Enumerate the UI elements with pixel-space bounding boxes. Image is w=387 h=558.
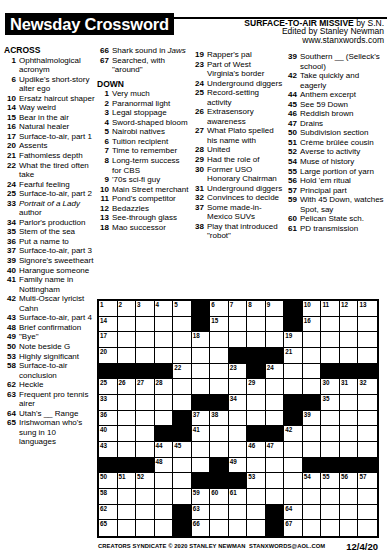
clue-number: 30	[192, 165, 204, 184]
grid-cell[interactable]	[155, 473, 174, 489]
grid-cell[interactable]: 33	[99, 395, 118, 411]
grid-cell[interactable]	[358, 395, 377, 411]
grid-cell[interactable]: 22	[173, 364, 192, 380]
cell-number: 44	[156, 442, 163, 449]
grid-cell[interactable]	[321, 426, 340, 442]
clue: 59With 45 Down, watches Spot, say	[285, 195, 385, 214]
grid-cell[interactable]: 18	[192, 332, 211, 348]
grid-cell[interactable]: 29	[247, 379, 266, 395]
grid-cell[interactable]: 4	[155, 301, 174, 317]
grid-cell[interactable]	[118, 411, 137, 427]
cell-number: 5	[174, 301, 178, 308]
clue-text: Former USO Honorary Chairman	[207, 165, 285, 184]
grid-cell[interactable]	[210, 332, 229, 348]
grid-cell[interactable]	[340, 348, 359, 364]
clue-text: Legal stoppage	[112, 108, 190, 118]
clue: 26Extrasensory awareness	[192, 107, 285, 126]
grid-cell[interactable]	[247, 317, 266, 333]
cell-number: 36	[100, 411, 107, 418]
grid-cell[interactable]: 6	[210, 301, 229, 317]
grid-cell[interactable]	[155, 505, 174, 521]
grid-cell[interactable]	[118, 317, 137, 333]
grid-cell[interactable]	[358, 520, 377, 536]
black-cell	[321, 458, 340, 474]
grid-cell[interactable]	[340, 332, 359, 348]
cell-number: 32	[359, 379, 366, 386]
grid-cell[interactable]	[247, 411, 266, 427]
grid-cell[interactable]	[321, 348, 340, 364]
grid-cell[interactable]: 47	[266, 442, 285, 458]
clue-number: 61	[285, 224, 297, 234]
grid-cell[interactable]	[229, 426, 248, 442]
grid-cell[interactable]	[118, 520, 137, 536]
clue-number: 40	[4, 266, 16, 276]
grid-cell[interactable]: 66	[192, 520, 211, 536]
grid-cell[interactable]: 49	[229, 458, 248, 474]
grid-cell[interactable]: 48	[155, 458, 174, 474]
grid-cell[interactable]: 43	[99, 442, 118, 458]
grid-cell[interactable]	[247, 332, 266, 348]
grid-cell[interactable]: 58	[99, 489, 118, 505]
grid-cell[interactable]: 46	[247, 442, 266, 458]
grid-cell[interactable]: 38	[210, 411, 229, 427]
clue-text: Brief confirmation	[19, 323, 95, 333]
clue-text: Surface-to-air, part 2	[19, 189, 95, 199]
clue: 51Crème brûlée cousin	[285, 138, 385, 148]
clue-text: Tuition recipient	[112, 137, 190, 147]
cell-number: 30	[322, 379, 329, 386]
grid-cell[interactable]	[321, 411, 340, 427]
grid-cell[interactable]	[247, 489, 266, 505]
grid-cell[interactable]	[340, 442, 359, 458]
black-cell	[284, 301, 303, 317]
grid-cell[interactable]	[284, 473, 303, 489]
grid-cell[interactable]	[118, 348, 137, 364]
grid-cell[interactable]: 20	[99, 348, 118, 364]
grid-cell[interactable]: 51	[118, 473, 137, 489]
grid-cell[interactable]	[284, 489, 303, 505]
puzzle-header: SURFACE-TO-AIR MISSIVE by S.N. Edited by…	[244, 19, 384, 44]
grid-cell[interactable]	[229, 505, 248, 521]
grid-cell[interactable]	[136, 520, 155, 536]
grid-cell[interactable]	[229, 379, 248, 395]
black-cell	[229, 473, 248, 489]
grid-cell[interactable]	[155, 348, 174, 364]
grid-cell[interactable]: 53	[247, 473, 266, 489]
grid-cell[interactable]	[247, 505, 266, 521]
clue-number: 55	[285, 167, 297, 177]
grid-cell[interactable]	[173, 348, 192, 364]
cell-number: 22	[174, 364, 181, 371]
grid-cell[interactable]	[358, 505, 377, 521]
grid-cell[interactable]	[192, 348, 211, 364]
clue: 36Put a name to	[4, 237, 95, 247]
grid-cell[interactable]	[321, 442, 340, 458]
grid-cell[interactable]: 26	[118, 379, 137, 395]
grid-cell[interactable]	[321, 520, 340, 536]
black-cell	[136, 458, 155, 474]
clue-number: 38	[192, 222, 204, 241]
grid-cell[interactable]	[303, 442, 322, 458]
clue-text: Hold 'em ritual	[300, 176, 385, 186]
clue-text: Averse to activity	[300, 147, 385, 157]
grid-cell[interactable]: 36	[99, 411, 118, 427]
grid-cell[interactable]	[266, 473, 285, 489]
clue-text: Large portion of yarn	[300, 167, 385, 177]
grid-cell[interactable]	[173, 458, 192, 474]
grid-cell[interactable]	[303, 379, 322, 395]
grid-cell[interactable]	[155, 520, 174, 536]
cell-number: 50	[100, 473, 107, 480]
grid-cell[interactable]	[266, 332, 285, 348]
grid-cell[interactable]	[118, 442, 137, 458]
grid-cell[interactable]	[136, 505, 155, 521]
grid-cell[interactable]	[266, 395, 285, 411]
grid-cell[interactable]: 11	[321, 301, 340, 317]
clue-number: 24	[192, 79, 204, 89]
grid-cell[interactable]: 24	[266, 364, 285, 380]
grid-cell[interactable]	[210, 426, 229, 442]
grid-cell[interactable]	[266, 458, 285, 474]
clue-text: Shark sound in Jaws	[112, 46, 190, 56]
grid-cell[interactable]	[192, 442, 211, 458]
grid-cell[interactable]	[303, 348, 322, 364]
grid-cell[interactable]	[118, 332, 137, 348]
grid-cell[interactable]	[210, 379, 229, 395]
grid-cell[interactable]	[155, 395, 174, 411]
clue-number: 59	[285, 195, 297, 214]
grid-cell[interactable]: 59	[192, 489, 211, 505]
grid-cell[interactable]	[247, 458, 266, 474]
grid-cell[interactable]	[136, 489, 155, 505]
grid-cell[interactable]: 17	[99, 332, 118, 348]
grid-cell[interactable]	[284, 442, 303, 458]
grid-cell[interactable]	[266, 317, 285, 333]
grid-cell[interactable]	[118, 489, 137, 505]
grid-cell[interactable]: 63	[192, 505, 211, 521]
grid-cell[interactable]	[321, 317, 340, 333]
clue-text: Underground diggers	[207, 79, 285, 89]
cell-number: 33	[100, 395, 107, 402]
clue-number: 64	[4, 409, 16, 419]
grid-cell[interactable]	[340, 520, 359, 536]
grid-cell[interactable]: 9	[266, 301, 285, 317]
cell-number: 52	[137, 473, 144, 480]
grid-cell[interactable]	[340, 317, 359, 333]
grid-cell[interactable]	[155, 332, 174, 348]
grid-cell[interactable]: 56	[340, 473, 359, 489]
clue-text: Drains	[300, 119, 385, 129]
website-url: www.stanxwords.com	[244, 36, 384, 44]
masthead-title: Newsday Crossword	[10, 15, 169, 33]
cell-number: 53	[248, 473, 255, 480]
clue: 21Fathomless depth	[4, 151, 95, 161]
grid-cell[interactable]	[173, 395, 192, 411]
grid-cell[interactable]: 35	[321, 395, 340, 411]
black-cell	[173, 505, 192, 521]
cell-number: 40	[100, 426, 107, 433]
clue-text: Rapper's pal	[207, 50, 285, 60]
black-cell	[266, 348, 285, 364]
clue-number: 13	[97, 213, 109, 223]
grid-cell[interactable]: 8	[247, 301, 266, 317]
grid-cell[interactable]	[192, 379, 211, 395]
grid-cell[interactable]: 45	[173, 442, 192, 458]
clue: 25Surface-to-air, part 2	[4, 189, 95, 199]
grid-cell[interactable]	[358, 489, 377, 505]
grid-cell[interactable]: 1	[99, 301, 118, 317]
cell-number: 18	[193, 332, 200, 339]
grid-cell[interactable]	[173, 317, 192, 333]
clue: 65Irishwoman who's sung in 10 languages	[4, 418, 95, 447]
grid-cell[interactable]	[358, 426, 377, 442]
grid-cell[interactable]: 28	[155, 379, 174, 395]
clue: 42Multi-Oscar lyricist Cahn	[4, 294, 95, 313]
grid-cell[interactable]: 19	[284, 332, 303, 348]
cell-number: 13	[359, 301, 366, 308]
grid-cell[interactable]	[340, 426, 359, 442]
grid-cell[interactable]: 7	[229, 301, 248, 317]
grid-cell[interactable]: 62	[99, 505, 118, 521]
grid-cell[interactable]	[136, 426, 155, 442]
cell-number: 37	[193, 411, 200, 418]
grid-cell[interactable]	[284, 364, 303, 380]
grid-cell[interactable]	[192, 364, 211, 380]
grid-cell[interactable]	[229, 317, 248, 333]
grid-cell[interactable]	[266, 489, 285, 505]
grid-cell[interactable]	[210, 520, 229, 536]
grid-cell[interactable]	[229, 520, 248, 536]
grid-cell[interactable]: 67	[284, 520, 303, 536]
clue: 66Shark sound in Jaws	[97, 46, 190, 56]
grid-cell[interactable]: 52	[136, 473, 155, 489]
grid-cell[interactable]	[340, 411, 359, 427]
grid-cell[interactable]: 14	[99, 317, 118, 333]
grid-cell[interactable]	[173, 332, 192, 348]
grid-cell[interactable]	[284, 379, 303, 395]
grid-cell[interactable]	[136, 332, 155, 348]
clue-column-3: 19Rapper's pal23Part of West Virginia's …	[192, 50, 285, 241]
grid-cell[interactable]: 37	[192, 411, 211, 427]
clue: 14Way weird	[4, 103, 95, 113]
grid-cell[interactable]: 55	[321, 473, 340, 489]
grid-cell[interactable]	[340, 489, 359, 505]
grid-cell[interactable]: 57	[358, 473, 377, 489]
grid-cell[interactable]	[210, 364, 229, 380]
grid-cell[interactable]	[229, 332, 248, 348]
clue-text: Heckle	[19, 380, 95, 390]
clue-text: Record-setting activity	[207, 88, 285, 107]
clue: 41Family name in Nottingham	[4, 275, 95, 294]
grid-cell[interactable]: 21	[284, 348, 303, 364]
black-cell	[284, 411, 303, 427]
grid-cell[interactable]: 41	[192, 426, 211, 442]
grid-cell[interactable]	[192, 458, 211, 474]
cell-number: 9	[267, 301, 271, 308]
clue: 12Bedazzles	[97, 204, 190, 214]
black-cell	[303, 395, 322, 411]
grid-cell[interactable]	[340, 395, 359, 411]
grid-cell[interactable]: 2	[118, 301, 137, 317]
grid-cell[interactable]: 5	[173, 301, 192, 317]
grid-cell[interactable]: 16	[303, 317, 322, 333]
grid-cell[interactable]: 60	[210, 489, 229, 505]
clue-text: Muse of history	[300, 157, 385, 167]
grid-cell[interactable]	[136, 348, 155, 364]
clue-number: 2	[97, 99, 109, 109]
grid-cell[interactable]	[358, 442, 377, 458]
grid-cell[interactable]: 31	[340, 379, 359, 395]
grid-cell[interactable]: 32	[358, 379, 377, 395]
clue-text: Highly significant	[19, 352, 95, 362]
grid-cell[interactable]	[321, 505, 340, 521]
grid-cell[interactable]	[173, 379, 192, 395]
grid-cell[interactable]: 50	[99, 473, 118, 489]
grid-cell[interactable]: 25	[99, 379, 118, 395]
grid-cell[interactable]	[358, 317, 377, 333]
grid-cell[interactable]	[118, 505, 137, 521]
clue: 2Paranormal light	[97, 99, 190, 109]
grid-cell[interactable]: 61	[229, 489, 248, 505]
grid-cell[interactable]	[303, 520, 322, 536]
clue-text: What the tired often take	[19, 161, 95, 180]
clue-number: 62	[4, 380, 16, 390]
cell-number: 21	[285, 348, 292, 355]
grid-cell[interactable]	[303, 364, 322, 380]
clue-text: Fearful feeling	[19, 180, 95, 190]
clue: 25Record-setting activity	[192, 88, 285, 107]
grid-cell[interactable]: 39	[303, 411, 322, 427]
grid-cell[interactable]	[136, 411, 155, 427]
grid-cell[interactable]	[321, 332, 340, 348]
clue-number: 50	[285, 128, 297, 138]
grid-cell[interactable]: 3	[136, 301, 155, 317]
black-cell	[210, 473, 229, 489]
clue-text: Ersatz haircut shaper	[19, 94, 95, 104]
clue-number: 25	[192, 88, 204, 107]
grid-cell[interactable]	[210, 348, 229, 364]
down-heading: DOWN	[97, 80, 190, 90]
grid-cell[interactable]	[266, 411, 285, 427]
grid-cell[interactable]: 10	[303, 301, 322, 317]
grid-cell[interactable]	[155, 489, 174, 505]
grid-cell[interactable]: 27	[136, 379, 155, 395]
cell-number: 62	[100, 505, 107, 512]
grid-cell[interactable]: 34	[229, 395, 248, 411]
grid-cell[interactable]: 15	[210, 317, 229, 333]
black-cell	[155, 364, 174, 380]
grid-cell[interactable]	[210, 505, 229, 521]
clue: 54Muse of history	[285, 157, 385, 167]
grid-cell[interactable]	[303, 505, 322, 521]
grid-cell[interactable]	[303, 489, 322, 505]
grid-cell[interactable]	[284, 458, 303, 474]
clue-text: '70s sci-fi guy	[112, 175, 190, 185]
cell-number: 14	[100, 317, 107, 324]
grid-cell[interactable]: 23	[229, 364, 248, 380]
grid-cell[interactable]	[266, 379, 285, 395]
clue: 62Heckle	[4, 380, 95, 390]
grid-cell[interactable]: 42	[284, 426, 303, 442]
cell-number: 34	[230, 395, 237, 402]
cell-number: 55	[322, 473, 329, 480]
clue-number: 50	[4, 342, 16, 352]
grid-cell[interactable]	[358, 332, 377, 348]
grid-cell[interactable]	[136, 395, 155, 411]
grid-cell[interactable]	[303, 426, 322, 442]
clue-number: 60	[285, 214, 297, 224]
grid-cell[interactable]	[118, 426, 137, 442]
clue-text: With 45 Down, watches Spot, say	[300, 195, 385, 214]
grid-cell[interactable]	[118, 395, 137, 411]
grid-cell[interactable]	[229, 442, 248, 458]
grid-cell[interactable]: 40	[99, 426, 118, 442]
clue: 45See 59 Down	[285, 100, 385, 110]
grid-cell[interactable]	[155, 317, 174, 333]
cell-number: 59	[193, 489, 200, 496]
grid-cell[interactable]	[340, 505, 359, 521]
grid-cell[interactable]	[358, 348, 377, 364]
grid-cell[interactable]	[229, 411, 248, 427]
grid-cell[interactable]: 44	[155, 442, 174, 458]
grid-cell[interactable]: 65	[99, 520, 118, 536]
clue: 50Note beside G	[4, 342, 95, 352]
clue-number: 48	[4, 323, 16, 333]
black-cell	[340, 458, 359, 474]
clue-text: Some made-in-Mexico SUVs	[207, 203, 285, 222]
cell-number: 64	[285, 505, 292, 512]
black-cell	[266, 426, 285, 442]
grid-cell[interactable]	[136, 442, 155, 458]
grid-cell[interactable]	[358, 411, 377, 427]
grid-cell[interactable]	[136, 317, 155, 333]
cell-number: 56	[341, 473, 348, 480]
grid-cell[interactable]	[173, 489, 192, 505]
black-cell	[321, 364, 340, 380]
grid-cell[interactable]	[155, 411, 174, 427]
grid-cell[interactable]: 64	[284, 505, 303, 521]
clue-number: 10	[4, 94, 16, 104]
grid-cell[interactable]	[210, 442, 229, 458]
grid-cell[interactable]	[247, 520, 266, 536]
black-cell	[192, 473, 211, 489]
clue-number: 12	[97, 204, 109, 214]
clue-number: 5	[97, 127, 109, 137]
clue-number: 34	[4, 218, 16, 228]
black-cell	[284, 317, 303, 333]
clue: 61PD transmission	[285, 224, 385, 234]
clue-text: Signore's sweetheart	[19, 256, 95, 266]
clue: 20Assents	[4, 141, 95, 151]
grid-cell[interactable]: 12	[340, 301, 359, 317]
footer-date: 12/4/20	[346, 541, 378, 552]
grid-cell[interactable]: 13	[358, 301, 377, 317]
grid-cell[interactable]: 54	[303, 473, 322, 489]
clue-text: Parlor's production	[19, 218, 95, 228]
grid-cell[interactable]	[321, 489, 340, 505]
black-cell	[247, 364, 266, 380]
clue-number: 6	[97, 137, 109, 147]
black-cell	[210, 458, 229, 474]
clue-number: 23	[192, 60, 204, 79]
grid-cell[interactable]	[173, 473, 192, 489]
grid-cell[interactable]	[303, 332, 322, 348]
cell-number: 38	[211, 411, 218, 418]
grid-cell[interactable]: 30	[321, 379, 340, 395]
grid-cell[interactable]	[247, 395, 266, 411]
clue: 55Large portion of yarn	[285, 167, 385, 177]
black-cell	[192, 301, 211, 317]
